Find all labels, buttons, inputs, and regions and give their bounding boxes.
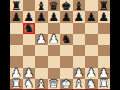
- square-c6[interactable]: [35, 23, 48, 34]
- square-c8[interactable]: ♝: [35, 0, 48, 11]
- square-e7[interactable]: ♟: [60, 11, 73, 22]
- piece-white-p: ♟: [74, 68, 84, 78]
- piece-black-b: ♝: [74, 0, 84, 10]
- video-frame: ♜♝♛♚♝♜♟♟♟♟♟♟♟♟♞♟♟♞♟♟♟♟♟♜♞♝♛♚♝♞♜: [0, 0, 120, 90]
- square-h7[interactable]: ♟: [98, 11, 111, 22]
- letterbox-right: [110, 0, 120, 90]
- piece-white-n: ♞: [86, 79, 96, 89]
- square-a2[interactable]: ♟: [10, 68, 23, 79]
- piece-white-p: ♟: [49, 34, 59, 44]
- square-d3[interactable]: [48, 56, 61, 67]
- square-b4[interactable]: [23, 45, 36, 56]
- square-d7[interactable]: ♟: [48, 11, 61, 22]
- square-g7[interactable]: ♟: [85, 11, 98, 22]
- piece-white-p: ♟: [11, 68, 21, 78]
- square-a3[interactable]: [10, 56, 23, 67]
- square-a8[interactable]: ♜: [10, 0, 23, 11]
- piece-black-k: ♚: [61, 0, 71, 10]
- square-g2[interactable]: ♟: [85, 68, 98, 79]
- square-h5[interactable]: [98, 34, 111, 45]
- letterbox-left: [0, 0, 10, 90]
- square-g3[interactable]: [85, 56, 98, 67]
- piece-black-p: ♟: [11, 11, 21, 21]
- square-c4[interactable]: [35, 45, 48, 56]
- square-f7[interactable]: ♟: [73, 11, 86, 22]
- piece-white-p: ♟: [24, 68, 34, 78]
- square-h6[interactable]: [98, 23, 111, 34]
- square-e6[interactable]: [60, 23, 73, 34]
- square-f3[interactable]: [73, 56, 86, 67]
- piece-black-p: ♟: [36, 11, 46, 21]
- square-h4[interactable]: [98, 45, 111, 56]
- square-a5[interactable]: [10, 34, 23, 45]
- square-f8[interactable]: ♝: [73, 0, 86, 11]
- piece-black-p: ♟: [99, 11, 109, 21]
- square-h3[interactable]: [98, 56, 111, 67]
- square-a7[interactable]: ♟: [10, 11, 23, 22]
- square-d5[interactable]: ♟: [48, 34, 61, 45]
- square-b7[interactable]: ♟: [23, 11, 36, 22]
- square-f4[interactable]: [73, 45, 86, 56]
- square-c2[interactable]: [35, 68, 48, 79]
- square-g8[interactable]: [85, 0, 98, 11]
- piece-white-r: ♜: [11, 79, 21, 89]
- square-b3[interactable]: [23, 56, 36, 67]
- square-b6[interactable]: ♞: [23, 23, 36, 34]
- square-d4[interactable]: [48, 45, 61, 56]
- square-d2[interactable]: [48, 68, 61, 79]
- square-e3[interactable]: [60, 56, 73, 67]
- square-g4[interactable]: [85, 45, 98, 56]
- piece-white-p: ♟: [99, 68, 109, 78]
- piece-black-n: ♞: [61, 34, 71, 44]
- piece-black-n: ♞: [24, 23, 34, 33]
- piece-black-p: ♟: [74, 11, 84, 21]
- square-d8[interactable]: ♛: [48, 0, 61, 11]
- chess-board: ♜♝♛♚♝♜♟♟♟♟♟♟♟♟♞♟♟♞♟♟♟♟♟♜♞♝♛♚♝♞♜: [10, 0, 110, 90]
- piece-black-p: ♟: [24, 11, 34, 21]
- square-b2[interactable]: ♟: [23, 68, 36, 79]
- square-c3[interactable]: [35, 56, 48, 67]
- square-c7[interactable]: ♟: [35, 11, 48, 22]
- square-e5[interactable]: ♞: [60, 34, 73, 45]
- piece-black-q: ♛: [49, 0, 59, 10]
- piece-white-k: ♚: [61, 79, 71, 89]
- square-e2[interactable]: [60, 68, 73, 79]
- piece-white-p: ♟: [36, 34, 46, 44]
- board-bottom-edge-line: [10, 89, 110, 90]
- piece-black-r: ♜: [11, 0, 21, 10]
- piece-black-b: ♝: [36, 0, 46, 10]
- piece-black-p: ♟: [86, 11, 96, 21]
- square-b5[interactable]: [23, 34, 36, 45]
- square-g5[interactable]: [85, 34, 98, 45]
- square-h2[interactable]: ♟: [98, 68, 111, 79]
- piece-black-p: ♟: [49, 11, 59, 21]
- piece-black-p: ♟: [61, 11, 71, 21]
- piece-white-b: ♝: [74, 79, 84, 89]
- square-e4[interactable]: [60, 45, 73, 56]
- square-f6[interactable]: [73, 23, 86, 34]
- square-h8[interactable]: ♜: [98, 0, 111, 11]
- square-d6[interactable]: [48, 23, 61, 34]
- piece-white-r: ♜: [99, 79, 109, 89]
- square-a4[interactable]: [10, 45, 23, 56]
- piece-black-r: ♜: [99, 0, 109, 10]
- square-c5[interactable]: ♟: [35, 34, 48, 45]
- square-e8[interactable]: ♚: [60, 0, 73, 11]
- square-a6[interactable]: [10, 23, 23, 34]
- square-b8[interactable]: [23, 0, 36, 11]
- square-f5[interactable]: [73, 34, 86, 45]
- piece-white-n: ♞: [24, 79, 34, 89]
- square-f2[interactable]: ♟: [73, 68, 86, 79]
- piece-white-q: ♛: [49, 79, 59, 89]
- piece-white-b: ♝: [36, 79, 46, 89]
- piece-white-p: ♟: [86, 68, 96, 78]
- square-g6[interactable]: [85, 23, 98, 34]
